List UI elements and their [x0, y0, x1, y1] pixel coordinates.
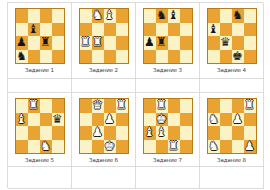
board-square	[208, 36, 220, 50]
board-square: ♝	[28, 23, 40, 37]
board-square: ♝	[104, 9, 116, 23]
white-bishop: ♝	[104, 9, 115, 22]
puzzle-caption-4: Задание 4	[217, 67, 246, 74]
white-rook: ♜	[116, 99, 127, 112]
board-square	[168, 113, 180, 127]
board-square	[180, 140, 192, 154]
puzzle-caption-1: Задание 1	[25, 67, 54, 74]
puzzle-cell-1: ♝♟♜♞ Задание 1	[8, 3, 72, 79]
board-square: ♟	[104, 113, 116, 127]
board-square	[40, 50, 52, 64]
board-square: ♟	[232, 113, 244, 127]
board-square	[116, 113, 128, 127]
chess-board-8: ♜♞♟♞♟	[207, 98, 257, 154]
board-square	[232, 99, 244, 113]
board-square	[168, 50, 180, 64]
black-knight: ♞	[232, 9, 243, 22]
board-square	[220, 99, 232, 113]
board-square	[180, 9, 192, 23]
board-square	[116, 50, 128, 64]
board-square	[208, 99, 220, 113]
puzzle-cell-6: ♛♜♟♟♚ Задание 6	[72, 93, 136, 167]
white-pawn: ♟	[104, 113, 115, 126]
white-rook: ♜	[156, 99, 167, 112]
white-pawn: ♟	[92, 126, 103, 139]
board-square	[244, 50, 256, 64]
board-square: ♚	[232, 50, 244, 64]
puzzle-caption-8: Задание 8	[217, 157, 246, 164]
board-square	[244, 36, 256, 50]
board-square	[232, 23, 244, 37]
board-square	[80, 113, 92, 127]
board-square: ♝	[168, 9, 180, 23]
board-square	[232, 36, 244, 50]
spacer-cell	[72, 79, 136, 93]
board-square	[232, 140, 244, 154]
chess-board-2: ♞♝♜♜	[79, 8, 129, 64]
board-square	[52, 140, 64, 154]
chess-board-4: ♞♝♛♚	[207, 8, 257, 64]
board-square	[180, 113, 192, 127]
board-square: ♟	[16, 36, 28, 50]
board-square: ♛	[52, 113, 64, 127]
black-pawn: ♟	[144, 36, 155, 49]
chess-board-3: ♞♝♟♜	[143, 8, 193, 64]
board-square: ♞	[208, 140, 220, 154]
board-square: ♛	[220, 36, 232, 50]
black-queen: ♛	[220, 36, 231, 49]
board-square	[244, 9, 256, 23]
board-square	[116, 126, 128, 140]
board-square	[168, 126, 180, 140]
board-square	[208, 50, 220, 64]
board-square	[220, 113, 232, 127]
spacer-cell	[136, 167, 200, 189]
spacer-cell	[8, 79, 72, 93]
black-bishop: ♝	[168, 9, 179, 22]
board-square	[144, 9, 156, 23]
board-square	[28, 140, 40, 154]
board-square	[16, 140, 28, 154]
board-square	[40, 23, 52, 37]
board-square	[16, 99, 28, 113]
board-square: ♜	[244, 99, 256, 113]
board-square	[92, 113, 104, 127]
chess-board-7: ♜♚♝♝♜	[143, 98, 193, 154]
board-square: ♜	[156, 99, 168, 113]
black-bishop: ♝	[208, 23, 219, 36]
spacer-cell	[200, 167, 264, 189]
puzzle-cell-8: ♜♞♟♞♟ Задание 8	[200, 93, 264, 167]
board-square: ♝	[156, 126, 168, 140]
chess-board-6: ♛♜♟♟♚	[79, 98, 129, 154]
black-rook: ♜	[156, 36, 167, 49]
white-knight: ♞	[40, 140, 51, 153]
puzzle-caption-7: Задание 7	[153, 157, 182, 164]
white-bishop: ♝	[144, 126, 155, 139]
board-square	[52, 50, 64, 64]
board-square	[104, 23, 116, 37]
board-square: ♜	[168, 140, 180, 154]
black-king: ♚	[232, 50, 243, 63]
board-square	[28, 36, 40, 50]
board-square: ♜	[92, 36, 104, 50]
board-square: ♝	[16, 113, 28, 127]
puzzle-caption-2: Задание 2	[89, 67, 118, 74]
white-rook: ♜	[168, 140, 179, 153]
white-knight: ♞	[208, 113, 219, 126]
board-square	[232, 126, 244, 140]
board-square: ♟	[92, 126, 104, 140]
board-square	[40, 99, 52, 113]
board-square	[92, 23, 104, 37]
board-square	[92, 140, 104, 154]
white-rook: ♜	[80, 36, 91, 49]
spacer-cell	[200, 79, 264, 93]
board-square	[144, 99, 156, 113]
board-square	[244, 113, 256, 127]
board-square: ♜	[156, 36, 168, 50]
board-square: ♞	[208, 113, 220, 127]
board-square	[208, 126, 220, 140]
board-square	[16, 9, 28, 23]
board-square	[52, 99, 64, 113]
board-square	[144, 113, 156, 127]
puzzle-cell-5: ♜♝♛♞ Задание 5	[8, 93, 72, 167]
board-square	[144, 23, 156, 37]
board-square: ♚	[104, 140, 116, 154]
puzzle-cell-2: ♞♝♜♜ Задание 2	[72, 3, 136, 79]
white-rook: ♜	[28, 99, 39, 112]
board-square	[80, 50, 92, 64]
board-square	[144, 140, 156, 154]
board-square	[16, 126, 28, 140]
board-square	[180, 36, 192, 50]
board-square: ♞	[156, 9, 168, 23]
board-square	[40, 113, 52, 127]
board-square	[168, 36, 180, 50]
board-square	[104, 50, 116, 64]
board-square: ♜	[28, 99, 40, 113]
board-square: ♞	[16, 50, 28, 64]
white-queen: ♛	[92, 99, 103, 112]
black-knight: ♞	[16, 50, 27, 63]
white-pawn: ♟	[232, 113, 243, 126]
puzzle-cell-7: ♜♚♝♝♜ Задание 7	[136, 93, 200, 167]
board-square	[52, 126, 64, 140]
board-square	[52, 9, 64, 23]
black-queen: ♛	[52, 113, 63, 126]
white-bishop: ♝	[16, 113, 27, 126]
black-pawn: ♟	[16, 36, 27, 49]
puzzle-caption-5: Задание 5	[25, 157, 54, 164]
board-square	[40, 9, 52, 23]
black-bishop: ♝	[28, 23, 39, 36]
puzzle-cell-4: ♞♝♛♚ Задание 4	[200, 3, 264, 79]
board-square: ♜	[116, 99, 128, 113]
puzzle-cell-3: ♞♝♟♜ Задание 3	[136, 3, 200, 79]
board-square	[144, 50, 156, 64]
worksheet-grid: ♝♟♜♞ Задание 1 ♞♝♜♜ Задание 2 ♞♝♟♜ Задан…	[7, 2, 263, 188]
board-square	[244, 126, 256, 140]
board-square: ♛	[92, 99, 104, 113]
board-square	[168, 99, 180, 113]
board-square	[180, 50, 192, 64]
board-square	[28, 126, 40, 140]
board-square: ♝	[144, 126, 156, 140]
board-square	[220, 126, 232, 140]
board-square	[220, 50, 232, 64]
board-square	[80, 126, 92, 140]
puzzle-caption-6: Задание 6	[89, 157, 118, 164]
board-square: ♚	[156, 113, 168, 127]
white-knight: ♞	[208, 140, 219, 153]
board-square	[220, 140, 232, 154]
white-king: ♚	[156, 113, 167, 126]
board-square	[180, 23, 192, 37]
board-square	[92, 50, 104, 64]
board-square	[220, 23, 232, 37]
board-square	[116, 140, 128, 154]
spacer-cell	[136, 79, 200, 93]
board-square	[116, 23, 128, 37]
board-square	[208, 9, 220, 23]
board-square	[156, 50, 168, 64]
board-square	[104, 36, 116, 50]
board-square: ♜	[40, 36, 52, 50]
board-square	[52, 36, 64, 50]
board-square	[220, 9, 232, 23]
board-square	[80, 140, 92, 154]
chess-board-5: ♜♝♛♞	[15, 98, 65, 154]
white-king: ♚	[104, 140, 115, 153]
board-square	[16, 23, 28, 37]
black-rook: ♜	[40, 36, 51, 49]
board-square: ♞	[40, 140, 52, 154]
puzzle-caption-3: Задание 3	[153, 67, 182, 74]
spacer-cell	[72, 167, 136, 189]
board-square	[40, 126, 52, 140]
white-rook: ♜	[244, 99, 255, 112]
board-square	[28, 50, 40, 64]
board-square: ♞	[232, 9, 244, 23]
board-square	[180, 126, 192, 140]
board-square	[116, 9, 128, 23]
board-square: ♝	[208, 23, 220, 37]
board-square	[156, 140, 168, 154]
board-square: ♟	[244, 140, 256, 154]
white-rook: ♜	[92, 36, 103, 49]
board-square: ♞	[92, 9, 104, 23]
board-square	[28, 113, 40, 127]
black-knight: ♞	[156, 9, 167, 22]
board-square	[168, 23, 180, 37]
white-bishop: ♝	[156, 126, 167, 139]
white-knight: ♞	[92, 9, 103, 22]
board-square	[52, 23, 64, 37]
board-square	[156, 23, 168, 37]
board-square	[28, 9, 40, 23]
chess-board-1: ♝♟♜♞	[15, 8, 65, 64]
board-square	[104, 99, 116, 113]
board-square	[116, 36, 128, 50]
board-square: ♜	[80, 36, 92, 50]
board-square	[244, 23, 256, 37]
board-square	[80, 23, 92, 37]
board-square	[180, 99, 192, 113]
white-pawn: ♟	[244, 140, 255, 153]
board-square	[80, 9, 92, 23]
board-square	[80, 99, 92, 113]
board-square	[104, 126, 116, 140]
board-square: ♟	[144, 36, 156, 50]
spacer-cell	[8, 167, 72, 189]
